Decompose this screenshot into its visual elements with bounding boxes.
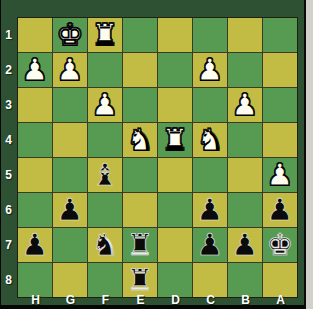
square-c8[interactable]: [193, 263, 227, 297]
square-e2[interactable]: [123, 53, 157, 87]
square-e3[interactable]: [123, 88, 157, 122]
square-a5[interactable]: ♟: [263, 158, 297, 192]
rank-label-5: 5: [0, 158, 17, 193]
piece-black-pawn[interactable]: ♟: [197, 193, 224, 227]
square-g7[interactable]: [53, 228, 87, 262]
square-b7[interactable]: ♟: [228, 228, 262, 262]
panel-bottom-border: [0, 305, 306, 309]
square-a7[interactable]: ♚: [263, 228, 297, 262]
piece-black-pawn[interactable]: ♟: [22, 228, 49, 262]
square-a1[interactable]: [263, 18, 297, 52]
square-d2[interactable]: [158, 53, 192, 87]
square-a2[interactable]: [263, 53, 297, 87]
square-d3[interactable]: [158, 88, 192, 122]
piece-black-pawn[interactable]: ♟: [267, 193, 294, 227]
piece-white-pawn[interactable]: ♟: [197, 53, 224, 87]
square-f7[interactable]: ♞: [88, 228, 122, 262]
piece-white-rook[interactable]: ♜: [92, 18, 119, 52]
square-h1[interactable]: [18, 18, 52, 52]
square-d7[interactable]: [158, 228, 192, 262]
square-h2[interactable]: ♟: [18, 53, 52, 87]
square-a8[interactable]: [263, 263, 297, 297]
rank-label-8: 8: [0, 263, 17, 298]
square-h5[interactable]: [18, 158, 52, 192]
square-g4[interactable]: [53, 123, 87, 157]
piece-white-king[interactable]: ♚: [57, 18, 84, 52]
square-e4[interactable]: ♞: [123, 123, 157, 157]
piece-black-pawn[interactable]: ♟: [232, 228, 259, 262]
square-a6[interactable]: ♟: [263, 193, 297, 227]
piece-white-knight[interactable]: ♞: [127, 123, 154, 157]
piece-white-pawn[interactable]: ♟: [267, 158, 294, 192]
square-c1[interactable]: [193, 18, 227, 52]
square-h7[interactable]: ♟: [18, 228, 52, 262]
piece-black-bishop[interactable]: ♝: [92, 158, 119, 192]
square-d5[interactable]: [158, 158, 192, 192]
square-c7[interactable]: ♟: [193, 228, 227, 262]
square-f5[interactable]: ♝: [88, 158, 122, 192]
rank-label-1: 1: [0, 18, 17, 53]
square-b5[interactable]: [228, 158, 262, 192]
square-c4[interactable]: ♞: [193, 123, 227, 157]
square-e5[interactable]: [123, 158, 157, 192]
piece-black-pawn[interactable]: ♟: [57, 193, 84, 227]
square-g2[interactable]: ♟: [53, 53, 87, 87]
square-b4[interactable]: [228, 123, 262, 157]
square-f2[interactable]: [88, 53, 122, 87]
square-c3[interactable]: [193, 88, 227, 122]
square-h6[interactable]: [18, 193, 52, 227]
square-h8[interactable]: [18, 263, 52, 297]
square-d8[interactable]: [158, 263, 192, 297]
square-b2[interactable]: [228, 53, 262, 87]
square-g5[interactable]: [53, 158, 87, 192]
piece-white-pawn[interactable]: ♟: [232, 88, 259, 122]
square-h3[interactable]: [18, 88, 52, 122]
square-b8[interactable]: [228, 263, 262, 297]
piece-black-rook[interactable]: ♜: [127, 228, 154, 262]
square-b6[interactable]: [228, 193, 262, 227]
square-b1[interactable]: [228, 18, 262, 52]
piece-white-rook[interactable]: ♜: [162, 123, 189, 157]
square-g6[interactable]: ♟: [53, 193, 87, 227]
square-e7[interactable]: ♜: [123, 228, 157, 262]
square-e8[interactable]: ♜: [123, 263, 157, 297]
window-edge-strip: [304, 0, 313, 309]
square-a4[interactable]: [263, 123, 297, 157]
rank-label-7: 7: [0, 228, 17, 263]
square-f1[interactable]: ♜: [88, 18, 122, 52]
piece-white-pawn[interactable]: ♟: [57, 53, 84, 87]
square-f4[interactable]: [88, 123, 122, 157]
rank-labels: 12345678: [0, 18, 17, 298]
square-e6[interactable]: [123, 193, 157, 227]
piece-black-knight[interactable]: ♞: [92, 228, 119, 262]
square-g3[interactable]: [53, 88, 87, 122]
square-g1[interactable]: ♚: [53, 18, 87, 52]
rank-label-4: 4: [0, 123, 17, 158]
chess-board[interactable]: ♚♜♟♟♟♟♟♞♜♞♝♟♟♟♟♟♞♜♟♟♚♜: [17, 17, 298, 298]
square-f3[interactable]: ♟: [88, 88, 122, 122]
square-g8[interactable]: [53, 263, 87, 297]
square-e1[interactable]: [123, 18, 157, 52]
piece-white-knight[interactable]: ♞: [197, 123, 224, 157]
piece-black-rook[interactable]: ♜: [127, 263, 154, 297]
rank-label-3: 3: [0, 88, 17, 123]
square-b3[interactable]: ♟: [228, 88, 262, 122]
piece-black-king[interactable]: ♚: [267, 228, 294, 262]
square-c6[interactable]: ♟: [193, 193, 227, 227]
square-a3[interactable]: [263, 88, 297, 122]
square-d4[interactable]: ♜: [158, 123, 192, 157]
rank-label-6: 6: [0, 193, 17, 228]
square-f6[interactable]: [88, 193, 122, 227]
square-f8[interactable]: [88, 263, 122, 297]
chess-board-panel: 12345678 ♚♜♟♟♟♟♟♞♜♞♝♟♟♟♟♟♞♜♟♟♚♜ HGFEDCBA: [0, 0, 313, 309]
square-c2[interactable]: ♟: [193, 53, 227, 87]
rank-label-2: 2: [0, 53, 17, 88]
square-d1[interactable]: [158, 18, 192, 52]
square-d6[interactable]: [158, 193, 192, 227]
square-h4[interactable]: [18, 123, 52, 157]
piece-black-pawn[interactable]: ♟: [197, 228, 224, 262]
square-c5[interactable]: [193, 158, 227, 192]
piece-white-pawn[interactable]: ♟: [92, 88, 119, 122]
piece-white-pawn[interactable]: ♟: [22, 53, 49, 87]
